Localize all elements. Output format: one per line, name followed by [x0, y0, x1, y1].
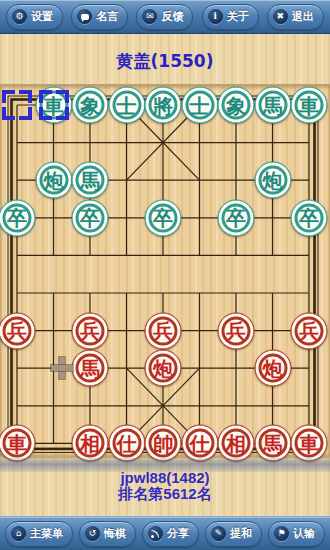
home-icon: ⌂	[11, 526, 26, 541]
red-piece-兵[interactable]: 兵	[291, 312, 328, 349]
black-piece-象[interactable]: 象	[72, 87, 109, 124]
red-piece-仕[interactable]: 仕	[181, 425, 218, 462]
black-piece-士[interactable]: 士	[108, 87, 145, 124]
pencil-icon: ✎	[211, 526, 226, 541]
feedback-button-label: 反馈	[161, 9, 183, 24]
undo-move-button[interactable]: ↺ 悔棋	[79, 521, 136, 547]
xiangqi-app-screen: ⚙ 设置 名言 ✉ 反馈 i 关于 ✖ 退出 黄盖(1550) 車象士將士象馬車…	[0, 0, 330, 550]
red-piece-仕[interactable]: 仕	[108, 425, 145, 462]
black-piece-馬[interactable]: 馬	[72, 162, 109, 199]
black-piece-卒[interactable]: 卒	[145, 199, 182, 236]
close-icon: ✖	[273, 9, 288, 24]
red-piece-馬[interactable]: 馬	[254, 425, 291, 462]
red-piece-兵[interactable]: 兵	[0, 312, 36, 349]
red-piece-兵[interactable]: 兵	[145, 312, 182, 349]
black-piece-車[interactable]: 車	[35, 87, 72, 124]
black-piece-馬[interactable]: 馬	[254, 87, 291, 124]
xiangqi-board[interactable]: 車象士將士象馬車炮馬炮卒卒卒卒卒兵兵兵兵兵馬炮炮車相仕帥仕相馬車	[0, 84, 330, 458]
resign-button-label: 认输	[293, 526, 315, 541]
red-piece-兵[interactable]: 兵	[72, 312, 109, 349]
player-name: jpwl88(1482)	[0, 470, 330, 486]
offer-draw-button-label: 提和	[230, 526, 252, 541]
envelope-icon: ✉	[142, 9, 157, 24]
black-piece-車[interactable]: 車	[291, 87, 328, 124]
red-piece-炮[interactable]: 炮	[254, 350, 291, 387]
flag-icon: ⚑	[274, 526, 289, 541]
red-piece-馬[interactable]: 馬	[72, 350, 109, 387]
undo-arrow-icon: ↺	[85, 526, 100, 541]
bottom-toolbar: ⌂ 主菜单 ↺ 悔棋 分享 ✎ 提和 ⚑ 认输	[0, 516, 330, 550]
feedback-button[interactable]: ✉ 反馈	[136, 4, 193, 30]
board-grid-lines	[0, 84, 330, 458]
black-piece-士[interactable]: 士	[181, 87, 218, 124]
settings-button[interactable]: ⚙ 设置	[6, 4, 63, 30]
opponent-name: 黄盖(1550)	[0, 50, 330, 74]
speech-bubble-icon	[77, 9, 92, 24]
red-piece-車[interactable]: 車	[0, 425, 36, 462]
share-button-label: 分享	[167, 526, 189, 541]
offer-draw-button[interactable]: ✎ 提和	[205, 521, 262, 547]
red-piece-車[interactable]: 車	[291, 425, 328, 462]
settings-button-label: 设置	[31, 9, 53, 24]
about-button[interactable]: i 关于	[202, 4, 259, 30]
gear-icon: ⚙	[12, 9, 27, 24]
resign-button[interactable]: ⚑ 认输	[268, 521, 325, 547]
info-icon: i	[208, 9, 223, 24]
undo-move-button-label: 悔棋	[104, 526, 126, 541]
share-button[interactable]: 分享	[142, 521, 199, 547]
black-piece-將[interactable]: 將	[145, 87, 182, 124]
black-piece-象[interactable]: 象	[218, 87, 255, 124]
red-piece-帥[interactable]: 帥	[145, 425, 182, 462]
red-piece-兵[interactable]: 兵	[218, 312, 255, 349]
top-toolbar: ⚙ 设置 名言 ✉ 反馈 i 关于 ✖ 退出	[0, 0, 330, 34]
rss-share-icon	[148, 526, 163, 541]
main-menu-button[interactable]: ⌂ 主菜单	[5, 521, 73, 547]
black-piece-卒[interactable]: 卒	[218, 199, 255, 236]
black-piece-炮[interactable]: 炮	[35, 162, 72, 199]
main-menu-button-label: 主菜单	[30, 526, 63, 541]
quotes-button[interactable]: 名言	[71, 4, 128, 30]
black-piece-卒[interactable]: 卒	[72, 199, 109, 236]
red-piece-相[interactable]: 相	[218, 425, 255, 462]
black-piece-炮[interactable]: 炮	[254, 162, 291, 199]
exit-button-label: 退出	[292, 9, 314, 24]
about-button-label: 关于	[227, 9, 249, 24]
black-piece-卒[interactable]: 卒	[0, 199, 36, 236]
red-piece-相[interactable]: 相	[72, 425, 109, 462]
black-piece-卒[interactable]: 卒	[291, 199, 328, 236]
player-rank: 排名第5612名	[0, 486, 330, 502]
quotes-button-label: 名言	[96, 9, 118, 24]
exit-button[interactable]: ✖ 退出	[267, 4, 324, 30]
red-piece-炮[interactable]: 炮	[145, 350, 182, 387]
